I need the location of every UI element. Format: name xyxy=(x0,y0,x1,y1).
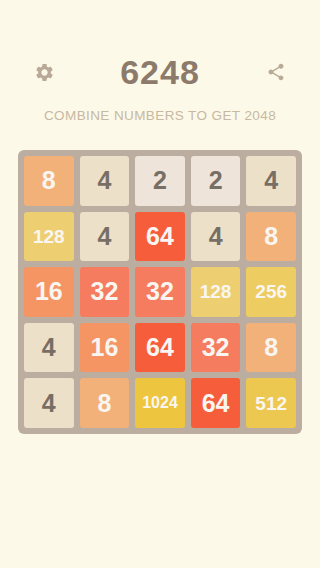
tile-4: 4 xyxy=(24,378,74,428)
tile-64: 64 xyxy=(135,323,185,373)
tile-256: 256 xyxy=(246,267,296,317)
share-icon xyxy=(266,62,286,82)
tile-8: 8 xyxy=(246,212,296,262)
tile-8: 8 xyxy=(80,378,130,428)
tile-64: 64 xyxy=(135,212,185,262)
tile-4: 4 xyxy=(24,323,74,373)
tile-512: 512 xyxy=(246,378,296,428)
tile-4: 4 xyxy=(80,156,130,206)
tile-64: 64 xyxy=(191,378,241,428)
game-board[interactable]: 8422412846448163232128256416643284810246… xyxy=(18,150,302,434)
tile-8: 8 xyxy=(24,156,74,206)
tile-8: 8 xyxy=(246,323,296,373)
tile-4: 4 xyxy=(80,212,130,262)
share-button[interactable] xyxy=(264,60,288,84)
tile-32: 32 xyxy=(80,267,130,317)
settings-button[interactable] xyxy=(32,60,56,84)
tile-16: 16 xyxy=(24,267,74,317)
tile-128: 128 xyxy=(24,212,74,262)
tile-32: 32 xyxy=(191,323,241,373)
header: 6248 xyxy=(0,54,320,90)
tile-32: 32 xyxy=(135,267,185,317)
tile-4: 4 xyxy=(246,156,296,206)
tile-2: 2 xyxy=(191,156,241,206)
tile-1024: 1024 xyxy=(135,378,185,428)
tile-16: 16 xyxy=(80,323,130,373)
subtitle: COMBINE NUMBERS TO GET 2048 xyxy=(0,107,320,125)
score: 6248 xyxy=(120,53,200,92)
gear-icon xyxy=(34,62,55,83)
tile-128: 128 xyxy=(191,267,241,317)
tile-2: 2 xyxy=(135,156,185,206)
tile-4: 4 xyxy=(191,212,241,262)
app-screen: 6248 COMBINE NUMBERS TO GET 2048 8422412… xyxy=(0,54,320,568)
